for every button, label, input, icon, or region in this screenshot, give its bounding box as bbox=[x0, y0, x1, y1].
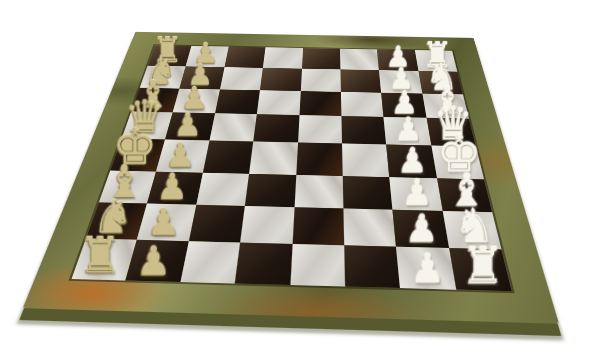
square-r3c4 bbox=[298, 115, 342, 143]
piece-green-onyx-pawn: ♟ bbox=[136, 243, 171, 280]
square-r6c3 bbox=[240, 206, 294, 244]
square-r0c3 bbox=[263, 47, 303, 68]
board-perspective-wrap: ♜♟♟♜♞♟♟♞♝♟♟♝♛♟♟♛♚♟♟♚♝♟♟♝♞♟♟♞♜♟♟♜ bbox=[23, 32, 559, 324]
square-r1c2 bbox=[220, 67, 263, 90]
square-r0c4 bbox=[302, 48, 341, 69]
square-r2c4 bbox=[299, 91, 341, 116]
square-r4c3 bbox=[249, 142, 297, 175]
square-r2c5 bbox=[341, 92, 384, 117]
square-r5c2 bbox=[196, 173, 249, 207]
square-r6c1: ♟ bbox=[137, 204, 196, 241]
square-r5c5 bbox=[343, 176, 393, 210]
square-r1c3 bbox=[260, 68, 302, 91]
square-r5c4 bbox=[294, 175, 343, 209]
piece-white-marble-pawn: ♟ bbox=[401, 176, 433, 210]
square-r7c4 bbox=[290, 244, 345, 286]
square-r7c1: ♟ bbox=[126, 240, 189, 282]
square-r0c2 bbox=[224, 47, 265, 68]
piece-white-marble-pawn: ♟ bbox=[405, 211, 439, 247]
chess-board: ♜♟♟♜♞♟♟♞♝♟♟♝♛♟♟♛♚♟♟♚♝♟♟♝♞♟♟♞♜♟♟♜ bbox=[72, 45, 512, 291]
onyx-board-frame: ♜♟♟♜♞♟♟♞♝♟♟♝♛♟♟♛♚♟♟♚♝♟♟♝♞♟♟♞♜♟♟♜ bbox=[23, 32, 559, 324]
square-r2c2 bbox=[215, 89, 260, 114]
piece-green-onyx-pawn: ♟ bbox=[157, 170, 188, 203]
square-r7c6: ♟ bbox=[396, 247, 456, 290]
square-r0c5 bbox=[340, 49, 379, 70]
square-r6c2 bbox=[189, 205, 245, 243]
square-r7c3 bbox=[235, 243, 292, 285]
square-r7c7: ♜ bbox=[449, 248, 512, 291]
square-r7c5 bbox=[344, 245, 400, 288]
piece-green-onyx-rook: ♜ bbox=[78, 232, 122, 278]
square-r3c5 bbox=[341, 116, 386, 144]
chess-set-photo: ♜♟♟♜♞♟♟♞♝♟♟♝♛♟♟♛♚♟♟♚♝♟♟♝♞♟♟♞♜♟♟♜ bbox=[0, 0, 600, 357]
square-r6c5 bbox=[343, 209, 396, 247]
piece-green-onyx-pawn: ♟ bbox=[147, 204, 180, 239]
square-r3c3 bbox=[253, 114, 299, 142]
square-r6c4 bbox=[292, 208, 344, 246]
square-r4c2 bbox=[203, 141, 254, 174]
square-r2c3 bbox=[257, 90, 300, 115]
square-r6c6: ♟ bbox=[393, 210, 449, 248]
square-r3c2 bbox=[209, 113, 257, 141]
square-r1c5 bbox=[340, 69, 381, 92]
square-r4c5 bbox=[342, 144, 390, 177]
square-r7c2 bbox=[180, 241, 240, 283]
piece-white-marble-pawn: ♟ bbox=[410, 250, 446, 288]
square-r4c4 bbox=[296, 143, 343, 176]
piece-white-marble-rook: ♜ bbox=[460, 242, 505, 289]
square-r1c4 bbox=[300, 69, 340, 92]
square-r5c3 bbox=[245, 174, 296, 208]
